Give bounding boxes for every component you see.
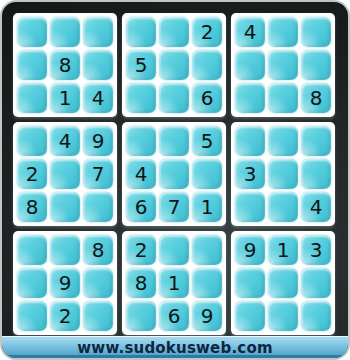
cell-r6c5[interactable]: 7 — [159, 192, 189, 222]
cell-r2c9[interactable] — [301, 50, 331, 80]
footer-banner: www.sudokusweb.com — [2, 336, 348, 358]
cell-r6c7[interactable] — [235, 192, 265, 222]
cell-r5c7[interactable]: 3 — [235, 159, 265, 189]
box-r3c2: 28169 — [122, 231, 226, 335]
cell-r1c8[interactable] — [268, 17, 298, 47]
cell-r3c4[interactable] — [126, 83, 156, 113]
box-r1c3: 48 — [231, 13, 335, 117]
cell-r4c9[interactable] — [301, 126, 331, 156]
box-r1c2: 256 — [122, 13, 226, 117]
cell-r1c1[interactable] — [17, 17, 47, 47]
box-r3c1: 892 — [13, 231, 117, 335]
cell-r3c1[interactable] — [17, 83, 47, 113]
cell-r1c4[interactable] — [126, 17, 156, 47]
cell-r9c6[interactable]: 9 — [192, 301, 222, 331]
cell-r3c9[interactable]: 8 — [301, 83, 331, 113]
cell-r4c5[interactable] — [159, 126, 189, 156]
cell-r8c9[interactable] — [301, 268, 331, 298]
cell-r9c2[interactable]: 2 — [50, 301, 80, 331]
cell-r3c7[interactable] — [235, 83, 265, 113]
cell-r1c2[interactable] — [50, 17, 80, 47]
cell-r9c3[interactable] — [83, 301, 113, 331]
box-r2c3: 34 — [231, 122, 335, 226]
cell-r4c3[interactable]: 9 — [83, 126, 113, 156]
box-r3c3: 913 — [231, 231, 335, 335]
cell-r6c2[interactable] — [50, 192, 80, 222]
cell-r8c1[interactable] — [17, 268, 47, 298]
cell-r1c6[interactable]: 2 — [192, 17, 222, 47]
cell-r5c1[interactable]: 2 — [17, 159, 47, 189]
cell-r5c8[interactable] — [268, 159, 298, 189]
cell-r8c5[interactable]: 1 — [159, 268, 189, 298]
cell-r7c5[interactable] — [159, 235, 189, 265]
cell-r9c4[interactable] — [126, 301, 156, 331]
sudoku-widget-frame: 8142564849278546713489228169913 www.sudo… — [0, 0, 350, 360]
footer-url-link[interactable]: www.sudokusweb.com — [77, 339, 272, 357]
cell-r9c9[interactable] — [301, 301, 331, 331]
box-r1c1: 814 — [13, 13, 117, 117]
cell-r2c6[interactable] — [192, 50, 222, 80]
cell-r1c9[interactable] — [301, 17, 331, 47]
cell-r2c8[interactable] — [268, 50, 298, 80]
cell-r3c6[interactable]: 6 — [192, 83, 222, 113]
cell-r7c3[interactable]: 8 — [83, 235, 113, 265]
cell-r8c7[interactable] — [235, 268, 265, 298]
cell-r2c5[interactable] — [159, 50, 189, 80]
cell-r3c2[interactable]: 1 — [50, 83, 80, 113]
cell-r4c1[interactable] — [17, 126, 47, 156]
cell-r3c3[interactable]: 4 — [83, 83, 113, 113]
cell-r8c4[interactable]: 8 — [126, 268, 156, 298]
cell-r2c3[interactable] — [83, 50, 113, 80]
cell-r2c2[interactable]: 8 — [50, 50, 80, 80]
cell-r7c7[interactable]: 9 — [235, 235, 265, 265]
cell-r6c4[interactable]: 6 — [126, 192, 156, 222]
cell-r4c4[interactable] — [126, 126, 156, 156]
sudoku-board: 8142564849278546713489228169913 — [13, 13, 337, 335]
cell-r2c4[interactable]: 5 — [126, 50, 156, 80]
cell-r6c3[interactable] — [83, 192, 113, 222]
cell-r5c4[interactable]: 4 — [126, 159, 156, 189]
cell-r7c4[interactable]: 2 — [126, 235, 156, 265]
cell-r8c2[interactable]: 9 — [50, 268, 80, 298]
cell-r5c5[interactable] — [159, 159, 189, 189]
cell-r8c3[interactable] — [83, 268, 113, 298]
cell-r2c1[interactable] — [17, 50, 47, 80]
cell-r9c8[interactable] — [268, 301, 298, 331]
cell-r5c6[interactable] — [192, 159, 222, 189]
cell-r9c1[interactable] — [17, 301, 47, 331]
cell-r7c1[interactable] — [17, 235, 47, 265]
cell-r7c2[interactable] — [50, 235, 80, 265]
cell-r5c2[interactable] — [50, 159, 80, 189]
cell-r3c8[interactable] — [268, 83, 298, 113]
cell-r7c6[interactable] — [192, 235, 222, 265]
cell-r9c5[interactable]: 6 — [159, 301, 189, 331]
cell-r1c3[interactable] — [83, 17, 113, 47]
cell-r1c5[interactable] — [159, 17, 189, 47]
box-r2c2: 54671 — [122, 122, 226, 226]
box-r2c1: 49278 — [13, 122, 117, 226]
cell-r4c2[interactable]: 4 — [50, 126, 80, 156]
cell-r6c1[interactable]: 8 — [17, 192, 47, 222]
cell-r5c3[interactable]: 7 — [83, 159, 113, 189]
cell-r6c9[interactable]: 4 — [301, 192, 331, 222]
cell-r8c8[interactable] — [268, 268, 298, 298]
cell-r8c6[interactable] — [192, 268, 222, 298]
cell-r6c6[interactable]: 1 — [192, 192, 222, 222]
cell-r2c7[interactable] — [235, 50, 265, 80]
cell-r6c8[interactable] — [268, 192, 298, 222]
cell-r4c8[interactable] — [268, 126, 298, 156]
cell-r7c9[interactable]: 3 — [301, 235, 331, 265]
cell-r4c7[interactable] — [235, 126, 265, 156]
cell-r3c5[interactable] — [159, 83, 189, 113]
cell-r5c9[interactable] — [301, 159, 331, 189]
cell-r9c7[interactable] — [235, 301, 265, 331]
cell-r7c8[interactable]: 1 — [268, 235, 298, 265]
cell-r1c7[interactable]: 4 — [235, 17, 265, 47]
cell-r4c6[interactable]: 5 — [192, 126, 222, 156]
